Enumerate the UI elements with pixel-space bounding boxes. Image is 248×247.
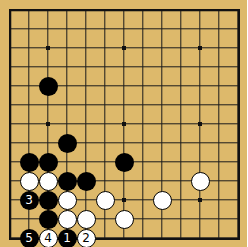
hoshi-point xyxy=(198,46,202,50)
move-number: 5 xyxy=(25,232,33,244)
stone-black xyxy=(77,172,96,191)
stone-white xyxy=(58,191,77,210)
stone-white xyxy=(77,210,96,229)
move-number: 1 xyxy=(63,232,71,244)
hoshi-point xyxy=(122,198,126,202)
stone-white-move-2: 2 xyxy=(77,229,96,247)
stone-black xyxy=(58,134,77,153)
move-number: 3 xyxy=(25,194,33,206)
stone-white xyxy=(58,210,77,229)
stone-white xyxy=(153,191,172,210)
stone-black-move-5: 5 xyxy=(20,229,39,247)
hoshi-point xyxy=(46,122,50,126)
stone-white xyxy=(191,172,210,191)
stone-black xyxy=(39,77,58,96)
move-number: 2 xyxy=(82,232,90,244)
hoshi-point xyxy=(198,122,202,126)
stone-black xyxy=(39,191,58,210)
stone-black xyxy=(115,153,134,172)
stone-white xyxy=(96,191,115,210)
hoshi-point xyxy=(122,46,126,50)
stone-black-move-3: 3 xyxy=(20,191,39,210)
stone-white-move-4: 4 xyxy=(39,229,58,247)
stone-white xyxy=(115,210,134,229)
stone-black xyxy=(39,153,58,172)
stone-white xyxy=(39,172,58,191)
go-board: 35412 xyxy=(0,0,247,247)
hoshi-point xyxy=(46,46,50,50)
stone-black xyxy=(39,210,58,229)
stone-black xyxy=(58,172,77,191)
board-intersection-grid: 35412 xyxy=(1,1,248,247)
stone-black-move-1: 1 xyxy=(58,229,77,247)
stone-white xyxy=(20,172,39,191)
stone-black xyxy=(20,153,39,172)
hoshi-point xyxy=(122,122,126,126)
hoshi-point xyxy=(198,198,202,202)
move-number: 4 xyxy=(44,232,52,244)
